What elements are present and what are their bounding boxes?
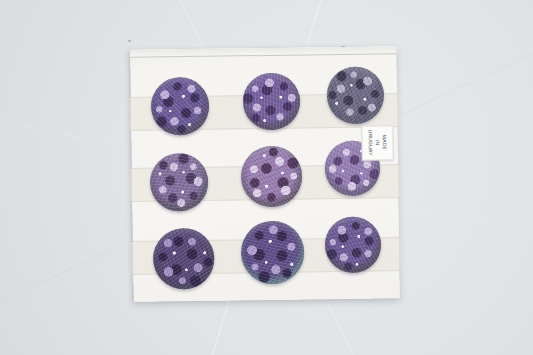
amethyst-stone [326,66,384,124]
amethyst-stone [242,72,300,130]
origin-line: URUGUAY [367,130,374,156]
origin-label-text: MADE IN URUGUAY [367,130,388,156]
display-card: MADE IN URUGUAY [130,46,399,302]
amethyst-stone [150,153,209,212]
photo-background: MADE IN URUGUAY [0,0,533,355]
amethyst-stone [325,216,382,273]
dust-speck [128,40,131,42]
amethyst-stone [240,145,302,207]
amethyst-stone [240,220,304,284]
origin-line: IN [374,130,381,156]
druzy-texture [138,141,220,223]
origin-label-sticker: MADE IN URUGUAY [361,125,393,160]
card-top-edge [130,46,396,58]
amethyst-stone [152,227,214,289]
origin-line: MADE [381,130,388,156]
druzy-texture [229,209,316,296]
druzy-texture [147,222,219,294]
